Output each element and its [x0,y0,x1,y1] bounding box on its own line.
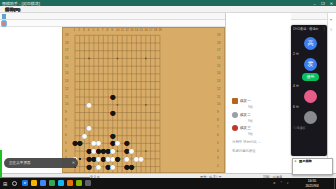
row-label-right-18: 2 [217,165,219,168]
taskbar-icons: e [22,178,142,189]
taskbar: ⊞ e ∧ ⌃ ♪ 16:55 2021/9/4 [0,178,336,189]
user-avatar [232,125,238,131]
taskbar-app-3[interactable] [40,180,46,186]
col-label-top-13: 13 [130,29,133,32]
participant-avatar-1[interactable]: 高 [304,37,317,50]
col-label-top-6: 6 [97,29,99,32]
screen: 围棋助手 - [对局棋谱] – ❐ ✕ 文件(F)编辑(E)打谱(P)棋谱(G)… [0,0,336,189]
row-label-right-14: 6 [217,134,219,137]
dropdown-item-4[interactable]: 显示菜单 [293,159,312,163]
white-stone-c6r18: ● [96,164,102,170]
col-label-top-15: 15 [140,29,143,32]
black-stone-c13r18: ● [129,164,135,170]
share-border-left [0,150,2,178]
window-controls[interactable]: – ❐ ✕ [314,1,335,6]
user-name: 棋友一 [240,99,251,103]
row-label-right-10: 10 [217,103,220,106]
col-label-top-16: 16 [144,29,147,32]
black-stone-c10r17: ● [114,156,120,162]
row-label-left-4: 16 [65,57,68,60]
col-label-top-3: 3 [83,29,85,32]
toolbar1-icon-22[interactable] [2,14,7,19]
row-label-left-15: 5 [65,142,67,145]
white-stone-c15r17: ● [138,156,144,162]
black-stone-c4r18: ● [86,164,92,170]
taskbar-app-1[interactable]: e [22,180,28,186]
row-label-left-11: 9 [65,111,67,114]
white-stone-c13r16: ● [129,148,135,154]
row-label-right-5: 15 [217,65,220,68]
call-status-label: 等待接听 [293,126,306,130]
col-label-top-9: 9 [111,29,113,32]
share-status-text: 正在共享屏幕 [9,161,31,165]
row-label-right-12: 8 [217,119,219,122]
participant-avatar-6[interactable] [304,90,317,103]
start-button[interactable]: ⊞ [3,181,7,187]
participant-avatar-8[interactable] [304,111,317,124]
row-label-left-13: 7 [65,126,67,129]
menu-bar: 文件(F)编辑(E)打谱(P)棋谱(G)标记(M)工具(T)视图(V)窗口(W)… [0,6,336,13]
strip-glyph-2[interactable]: ≡ [330,27,332,32]
row-label-left-10: 10 [65,103,68,106]
stop-share-icon[interactable]: ✕ [72,160,75,165]
row-label-right-17: 3 [217,157,219,160]
col-label-top-4: 4 [88,29,90,32]
taskbar-app-2[interactable] [31,180,37,186]
col-label-top-10: 10 [116,29,119,32]
row-label-left-3: 17 [65,49,68,52]
search-icon[interactable] [12,181,17,186]
system-tray[interactable]: ∧ ⌃ ♪ [273,181,290,185]
black-stone-c2r15: ● [77,140,83,146]
row-label-right-16: 4 [217,150,219,153]
row-label-right-9: 11 [217,96,220,99]
col-label-top-5: 5 [92,29,94,32]
user-rank: 9段 [248,132,253,136]
taskbar-app-7[interactable] [76,180,82,186]
chat-user-3[interactable]: 棋友三9段 [226,124,292,137]
row-label-right-6: 14 [217,72,220,75]
col-label-top-1: 1 [74,29,76,32]
col-label-top-19: 19 [158,29,161,32]
white-stone-c3r14: ● [81,133,87,139]
clock-date: 2021/9/4 [305,184,318,188]
black-stone-c9r11: ● [110,110,116,116]
window-title: 围棋助手 - [对局棋谱] [2,1,40,6]
white-stone-c6r15: ● [96,140,102,146]
taskbar-app-6[interactable] [67,180,73,186]
user-avatar [232,98,238,104]
call-header: 1对1通话 · 通话中 [293,27,325,31]
menu-items: 文件(F)编辑(E)打谱(P)棋谱(G)标记(M)工具(T)视图(V)窗口(W)… [2,6,302,13]
user-rank: 9段 [248,119,253,123]
chat-message-1: 对局中 请勿打扰 … [232,140,261,144]
taskbar-app-8[interactable] [85,180,91,186]
row-label-right-4: 16 [217,57,220,60]
user-name: 棋友三 [240,126,251,130]
square-mark-1 [79,158,81,160]
row-label-left-16: 4 [65,150,67,153]
col-label-top-11: 11 [121,29,124,32]
row-label-right-1: 19 [217,34,220,37]
accept-call-button[interactable]: 接受 [302,73,319,81]
user-name: 棋友二 [240,113,251,117]
col-label-top-18: 18 [154,29,157,32]
participant-label-5: 4 分 [293,84,299,88]
row-label-right-11: 9 [217,111,219,114]
taskbar-app-5[interactable] [58,180,64,186]
col-label-top-8: 8 [107,29,109,32]
row-label-left-6: 14 [65,72,68,75]
col-label-top-2: 2 [78,29,80,32]
row-label-left-2: 18 [65,42,68,45]
options-dropdown: 显示手数显示坐标显示标记显示菜单 [292,158,333,175]
go-board[interactable]: 1919111818221717331616441515551414661313… [62,27,225,173]
clock-time: 16:55 [308,179,317,183]
row-label-right-3: 17 [217,49,220,52]
chat-message-2: 系统消息已发送 [232,149,256,153]
black-stone-c12r15: ● [124,140,130,146]
white-stone-c4r10: ● [86,102,92,108]
participant-label-2: 2 分 [293,52,299,56]
col-label-top-14: 14 [135,29,138,32]
user-avatar [232,112,238,118]
chat-user-1[interactable]: 棋友一9段 [226,97,292,110]
row-label-right-8: 12 [217,88,220,91]
strip-glyph-1[interactable]: ▾ [330,17,332,22]
row-label-right-2: 18 [217,42,220,45]
white-stone-c12r17: ● [124,156,130,162]
toolbar2-icon-26[interactable] [2,21,7,26]
col-label-top-12: 12 [125,29,128,32]
right-strip: ▾≡ [327,13,336,173]
row-label-right-7: 13 [217,80,220,83]
white-stone-c9r18: ● [110,164,116,170]
taskbar-app-4[interactable] [49,180,55,186]
white-stone-c4r13: ● [86,125,92,131]
user-rank: 9段 [248,105,253,109]
white-stone-c10r15: ● [114,140,120,146]
row-label-left-8: 12 [65,88,68,91]
row-label-right-15: 5 [217,142,219,145]
chat-panel: 棋友一9段棋友二9段棋友三9段对局中 请勿打扰 …系统消息已发送 [225,13,291,173]
col-label-top-17: 17 [149,29,152,32]
white-stone-c9r16: ● [110,148,116,154]
chat-user-2[interactable]: 棋友二9段 [226,111,292,124]
row-label-left-7: 13 [65,80,68,83]
black-stone-c9r14: ● [110,133,116,139]
participant-avatar-3[interactable]: 发 [304,58,317,71]
col-label-top-7: 7 [102,29,104,32]
row-label-left-1: 19 [65,34,68,37]
row-label-left-14: 6 [65,134,67,137]
row-label-left-5: 15 [65,65,68,68]
menu-9[interactable]: 帮助(H) [2,6,23,13]
screen-share-pill[interactable]: 正在共享屏幕 ✕ [4,158,78,168]
participant-label-7: 6 分 [293,105,299,109]
taskbar-clock[interactable]: 16:55 2021/9/4 [294,179,330,187]
video-call-overlay: 1对1通话 · 通话中 ⋮ 高2 分发接受4 分6 分等待接听 [291,25,327,156]
black-stone-c9r9: ● [110,94,116,100]
row-label-left-12: 8 [65,119,67,122]
more-options-icon[interactable]: ⋮ [322,26,326,31]
row-label-right-13: 7 [217,126,219,129]
row-label-left-9: 11 [65,96,68,99]
